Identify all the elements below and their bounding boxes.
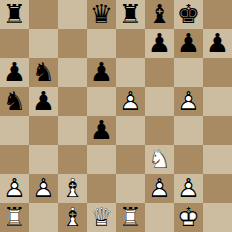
piece-white-pawn: ♙ xyxy=(145,174,174,203)
square-b7[interactable] xyxy=(29,29,58,58)
piece-white-pawn: ♙ xyxy=(29,174,58,203)
square-c5[interactable] xyxy=(58,87,87,116)
square-e5[interactable]: ♟♙ xyxy=(116,87,145,116)
piece-white-rook-fill: ♜ xyxy=(0,203,29,232)
piece-white-pawn-fill: ♟ xyxy=(174,174,203,203)
square-g4[interactable] xyxy=(174,116,203,145)
square-h4[interactable] xyxy=(203,116,232,145)
square-e1[interactable]: ♜♖ xyxy=(116,203,145,232)
piece-white-knight-fill: ♞ xyxy=(145,145,174,174)
piece-black-knight: ♞ xyxy=(0,87,29,116)
square-g8[interactable]: ♚ xyxy=(174,0,203,29)
square-a3[interactable] xyxy=(0,145,29,174)
square-f5[interactable] xyxy=(145,87,174,116)
square-b5[interactable]: ♟ xyxy=(29,87,58,116)
square-h2[interactable] xyxy=(203,174,232,203)
piece-white-pawn-fill: ♟ xyxy=(0,174,29,203)
square-a4[interactable] xyxy=(0,116,29,145)
piece-black-pawn: ♟ xyxy=(87,58,116,87)
piece-white-pawn: ♙ xyxy=(0,174,29,203)
piece-black-rook: ♜ xyxy=(0,0,29,29)
square-a2[interactable]: ♟♙ xyxy=(0,174,29,203)
square-d8[interactable]: ♛ xyxy=(87,0,116,29)
square-h1[interactable] xyxy=(203,203,232,232)
square-h7[interactable]: ♟ xyxy=(203,29,232,58)
square-c6[interactable] xyxy=(58,58,87,87)
square-d1[interactable]: ♛♕ xyxy=(87,203,116,232)
square-e3[interactable] xyxy=(116,145,145,174)
piece-black-pawn: ♟ xyxy=(87,116,116,145)
square-e4[interactable] xyxy=(116,116,145,145)
square-h3[interactable] xyxy=(203,145,232,174)
piece-black-pawn: ♟ xyxy=(145,29,174,58)
piece-black-queen: ♛ xyxy=(87,0,116,29)
piece-white-bishop-fill: ♝ xyxy=(58,203,87,232)
piece-white-pawn: ♙ xyxy=(116,87,145,116)
square-d5[interactable] xyxy=(87,87,116,116)
piece-white-queen: ♕ xyxy=(87,203,116,232)
piece-black-pawn: ♟ xyxy=(203,29,232,58)
piece-black-bishop: ♝ xyxy=(145,0,174,29)
square-g3[interactable] xyxy=(174,145,203,174)
piece-white-bishop-fill: ♝ xyxy=(58,174,87,203)
square-a1[interactable]: ♜♖ xyxy=(0,203,29,232)
piece-black-king: ♚ xyxy=(174,0,203,29)
square-c4[interactable] xyxy=(58,116,87,145)
chess-board: ♜♛♜♝♚♟♟♟♟♞♟♞♟♟♙♟♙♟♞♘♟♙♟♙♝♗♟♙♟♙♜♖♝♗♛♕♜♖♚♔ xyxy=(0,0,232,232)
square-b2[interactable]: ♟♙ xyxy=(29,174,58,203)
square-d3[interactable] xyxy=(87,145,116,174)
piece-white-pawn-fill: ♟ xyxy=(145,174,174,203)
square-a5[interactable]: ♞ xyxy=(0,87,29,116)
square-d6[interactable]: ♟ xyxy=(87,58,116,87)
square-b6[interactable]: ♞ xyxy=(29,58,58,87)
square-g5[interactable]: ♟♙ xyxy=(174,87,203,116)
piece-black-rook: ♜ xyxy=(116,0,145,29)
square-c7[interactable] xyxy=(58,29,87,58)
square-a7[interactable] xyxy=(0,29,29,58)
piece-black-knight: ♞ xyxy=(29,58,58,87)
square-d2[interactable] xyxy=(87,174,116,203)
square-f1[interactable] xyxy=(145,203,174,232)
piece-white-pawn-fill: ♟ xyxy=(174,87,203,116)
square-g1[interactable]: ♚♔ xyxy=(174,203,203,232)
square-b1[interactable] xyxy=(29,203,58,232)
piece-white-rook: ♖ xyxy=(0,203,29,232)
square-c3[interactable] xyxy=(58,145,87,174)
piece-black-pawn: ♟ xyxy=(0,58,29,87)
piece-white-queen-fill: ♛ xyxy=(87,203,116,232)
piece-white-pawn: ♙ xyxy=(174,174,203,203)
square-f4[interactable] xyxy=(145,116,174,145)
square-b8[interactable] xyxy=(29,0,58,29)
square-e2[interactable] xyxy=(116,174,145,203)
square-b4[interactable] xyxy=(29,116,58,145)
square-c8[interactable] xyxy=(58,0,87,29)
piece-white-rook-fill: ♜ xyxy=(116,203,145,232)
square-f6[interactable] xyxy=(145,58,174,87)
piece-white-bishop: ♗ xyxy=(58,203,87,232)
square-f3[interactable]: ♞♘ xyxy=(145,145,174,174)
square-g6[interactable] xyxy=(174,58,203,87)
piece-black-pawn: ♟ xyxy=(29,87,58,116)
piece-white-rook: ♖ xyxy=(116,203,145,232)
square-a6[interactable]: ♟ xyxy=(0,58,29,87)
piece-white-pawn-fill: ♟ xyxy=(116,87,145,116)
square-h5[interactable] xyxy=(203,87,232,116)
square-e8[interactable]: ♜ xyxy=(116,0,145,29)
piece-white-king-fill: ♚ xyxy=(174,203,203,232)
square-g2[interactable]: ♟♙ xyxy=(174,174,203,203)
square-g7[interactable]: ♟ xyxy=(174,29,203,58)
piece-black-pawn: ♟ xyxy=(174,29,203,58)
square-h8[interactable] xyxy=(203,0,232,29)
piece-white-king: ♔ xyxy=(174,203,203,232)
square-c2[interactable]: ♝♗ xyxy=(58,174,87,203)
square-e7[interactable] xyxy=(116,29,145,58)
square-h6[interactable] xyxy=(203,58,232,87)
square-a8[interactable]: ♜ xyxy=(0,0,29,29)
square-d7[interactable] xyxy=(87,29,116,58)
square-b3[interactable] xyxy=(29,145,58,174)
piece-white-pawn-fill: ♟ xyxy=(29,174,58,203)
square-d4[interactable]: ♟ xyxy=(87,116,116,145)
square-f2[interactable]: ♟♙ xyxy=(145,174,174,203)
piece-white-knight: ♘ xyxy=(145,145,174,174)
square-f7[interactable]: ♟ xyxy=(145,29,174,58)
piece-white-pawn: ♙ xyxy=(174,87,203,116)
square-e6[interactable] xyxy=(116,58,145,87)
piece-white-bishop: ♗ xyxy=(58,174,87,203)
square-c1[interactable]: ♝♗ xyxy=(58,203,87,232)
square-f8[interactable]: ♝ xyxy=(145,0,174,29)
